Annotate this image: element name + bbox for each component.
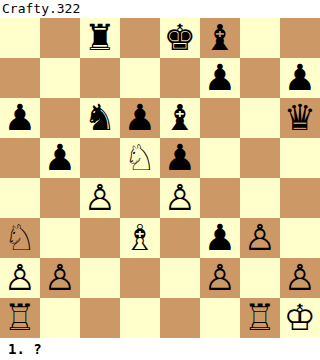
white-knight-piece: ♘ (124, 138, 156, 178)
square-b7[interactable] (40, 58, 80, 98)
black-pawn-piece: ♟ (164, 138, 196, 178)
square-d3[interactable]: ♗ (120, 218, 160, 258)
white-pawn-piece: ♙ (204, 258, 236, 298)
square-h2[interactable]: ♙ (280, 258, 320, 298)
square-e7[interactable] (160, 58, 200, 98)
square-a7[interactable] (0, 58, 40, 98)
square-b5[interactable]: ♟ (40, 138, 80, 178)
square-c2[interactable] (80, 258, 120, 298)
square-c3[interactable] (80, 218, 120, 258)
black-bishop-piece: ♝ (204, 18, 236, 58)
square-b3[interactable] (40, 218, 80, 258)
square-g3[interactable]: ♙ (240, 218, 280, 258)
black-pawn-piece: ♟ (4, 98, 36, 138)
square-b8[interactable] (40, 18, 80, 58)
square-b2[interactable]: ♙ (40, 258, 80, 298)
square-e4[interactable]: ♙ (160, 178, 200, 218)
square-f1[interactable] (200, 298, 240, 338)
square-b6[interactable] (40, 98, 80, 138)
black-rook-piece: ♜ (84, 18, 116, 58)
square-d4[interactable] (120, 178, 160, 218)
black-queen-piece: ♛ (284, 98, 316, 138)
square-d2[interactable] (120, 258, 160, 298)
white-pawn-piece: ♙ (164, 178, 196, 218)
square-c8[interactable]: ♜ (80, 18, 120, 58)
square-h7[interactable]: ♟ (280, 58, 320, 98)
square-e6[interactable]: ♝ (160, 98, 200, 138)
square-a3[interactable]: ♘ (0, 218, 40, 258)
white-pawn-piece: ♙ (284, 258, 316, 298)
square-g2[interactable] (240, 258, 280, 298)
white-knight-piece: ♘ (4, 218, 36, 258)
square-f4[interactable] (200, 178, 240, 218)
square-h8[interactable] (280, 18, 320, 58)
square-h6[interactable]: ♛ (280, 98, 320, 138)
square-b1[interactable] (40, 298, 80, 338)
square-f8[interactable]: ♝ (200, 18, 240, 58)
square-e3[interactable] (160, 218, 200, 258)
chess-app-window: Crafty.322 ♜♚♝♟♟♟♞♟♝♛♟♘♟♙♙♘♗♟♙♙♙♙♙♖♖♔ 1.… (0, 0, 320, 360)
square-a2[interactable]: ♙ (0, 258, 40, 298)
square-e5[interactable]: ♟ (160, 138, 200, 178)
black-pawn-piece: ♟ (284, 58, 316, 98)
square-d5[interactable]: ♘ (120, 138, 160, 178)
square-g6[interactable] (240, 98, 280, 138)
square-e8[interactable]: ♚ (160, 18, 200, 58)
square-f3[interactable]: ♟ (200, 218, 240, 258)
square-h3[interactable] (280, 218, 320, 258)
square-d6[interactable]: ♟ (120, 98, 160, 138)
black-knight-piece: ♞ (84, 98, 116, 138)
white-rook-piece: ♖ (244, 298, 276, 338)
square-d1[interactable] (120, 298, 160, 338)
white-pawn-piece: ♙ (4, 258, 36, 298)
white-rook-piece: ♖ (4, 298, 36, 338)
square-a5[interactable] (0, 138, 40, 178)
square-c6[interactable]: ♞ (80, 98, 120, 138)
square-a4[interactable] (0, 178, 40, 218)
black-pawn-piece: ♟ (44, 138, 76, 178)
white-pawn-piece: ♙ (44, 258, 76, 298)
square-e1[interactable] (160, 298, 200, 338)
white-bishop-piece: ♗ (124, 218, 156, 258)
move-prompt: 1. ? (0, 338, 320, 360)
square-f6[interactable] (200, 98, 240, 138)
square-f2[interactable]: ♙ (200, 258, 240, 298)
chess-board: ♜♚♝♟♟♟♞♟♝♛♟♘♟♙♙♘♗♟♙♙♙♙♙♖♖♔ (0, 18, 320, 338)
square-g5[interactable] (240, 138, 280, 178)
square-h5[interactable] (280, 138, 320, 178)
black-pawn-piece: ♟ (204, 218, 236, 258)
white-king-piece: ♔ (284, 298, 316, 338)
square-d8[interactable] (120, 18, 160, 58)
square-c1[interactable] (80, 298, 120, 338)
square-a1[interactable]: ♖ (0, 298, 40, 338)
square-d7[interactable] (120, 58, 160, 98)
square-b4[interactable] (40, 178, 80, 218)
square-g7[interactable] (240, 58, 280, 98)
square-e2[interactable] (160, 258, 200, 298)
square-g4[interactable] (240, 178, 280, 218)
black-bishop-piece: ♝ (164, 98, 196, 138)
square-g1[interactable]: ♖ (240, 298, 280, 338)
black-pawn-piece: ♟ (124, 98, 156, 138)
square-g8[interactable] (240, 18, 280, 58)
square-c5[interactable] (80, 138, 120, 178)
square-f5[interactable] (200, 138, 240, 178)
square-c4[interactable]: ♙ (80, 178, 120, 218)
square-c7[interactable] (80, 58, 120, 98)
black-pawn-piece: ♟ (204, 58, 236, 98)
square-h1[interactable]: ♔ (280, 298, 320, 338)
square-f7[interactable]: ♟ (200, 58, 240, 98)
white-pawn-piece: ♙ (244, 218, 276, 258)
black-king-piece: ♚ (164, 18, 196, 58)
square-a6[interactable]: ♟ (0, 98, 40, 138)
window-title: Crafty.322 (0, 0, 320, 18)
white-pawn-piece: ♙ (84, 178, 116, 218)
square-h4[interactable] (280, 178, 320, 218)
square-a8[interactable] (0, 18, 40, 58)
